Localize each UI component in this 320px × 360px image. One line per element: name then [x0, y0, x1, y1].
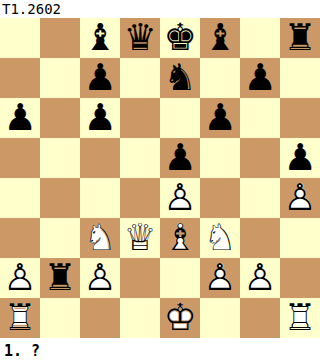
- square-f2[interactable]: ♟︎♙︎: [200, 258, 240, 298]
- square-e2[interactable]: [160, 258, 200, 298]
- black-king: ♚︎: [160, 18, 200, 58]
- white-piece-outline: ♙︎: [160, 178, 200, 218]
- square-d3[interactable]: ♛︎♕︎: [120, 218, 160, 258]
- square-e4[interactable]: ♟︎♙︎: [160, 178, 200, 218]
- square-c5[interactable]: [80, 138, 120, 178]
- square-c3[interactable]: ♞︎♘︎: [80, 218, 120, 258]
- move-prompt: 1. ?: [0, 338, 320, 360]
- white-bishop: ♝︎♗︎: [160, 218, 200, 258]
- square-a2[interactable]: ♟︎♙︎: [0, 258, 40, 298]
- square-a4[interactable]: [0, 178, 40, 218]
- square-b1[interactable]: [40, 298, 80, 338]
- black-pawn: ♟︎: [160, 138, 200, 178]
- white-king: ♚︎♔︎: [160, 298, 200, 338]
- square-b2[interactable]: ♜︎: [40, 258, 80, 298]
- white-piece-outline: ♗︎: [160, 218, 200, 258]
- black-bishop: ♝︎: [200, 18, 240, 58]
- square-f7[interactable]: [200, 58, 240, 98]
- black-pawn: ♟︎: [240, 58, 280, 98]
- chess-board: ♝︎♛︎♚︎♝︎♜︎♟︎♞︎♟︎♟︎♟︎♟︎♟︎♟︎♟︎♙︎♟︎♙︎♞︎♘︎♛︎…: [0, 18, 320, 338]
- square-a6[interactable]: ♟︎: [0, 98, 40, 138]
- square-g5[interactable]: [240, 138, 280, 178]
- square-a5[interactable]: [0, 138, 40, 178]
- square-h3[interactable]: [280, 218, 320, 258]
- white-rook: ♜︎♖︎: [280, 298, 320, 338]
- white-pawn: ♟︎♙︎: [240, 258, 280, 298]
- square-g6[interactable]: [240, 98, 280, 138]
- square-e8[interactable]: ♚︎: [160, 18, 200, 58]
- white-piece-outline: ♙︎: [240, 258, 280, 298]
- square-d6[interactable]: [120, 98, 160, 138]
- black-queen: ♛︎: [120, 18, 160, 58]
- square-e1[interactable]: ♚︎♔︎: [160, 298, 200, 338]
- square-g2[interactable]: ♟︎♙︎: [240, 258, 280, 298]
- white-piece-outline: ♔︎: [160, 298, 200, 338]
- white-knight: ♞︎♘︎: [200, 218, 240, 258]
- square-a8[interactable]: [0, 18, 40, 58]
- puzzle-title: T1.2602: [0, 0, 320, 18]
- square-h5[interactable]: ♟︎: [280, 138, 320, 178]
- square-g3[interactable]: [240, 218, 280, 258]
- square-a7[interactable]: [0, 58, 40, 98]
- square-g7[interactable]: ♟︎: [240, 58, 280, 98]
- square-d8[interactable]: ♛︎: [120, 18, 160, 58]
- square-b7[interactable]: [40, 58, 80, 98]
- square-d5[interactable]: [120, 138, 160, 178]
- square-c4[interactable]: [80, 178, 120, 218]
- white-piece-outline: ♖︎: [280, 298, 320, 338]
- square-f6[interactable]: ♟︎: [200, 98, 240, 138]
- square-f4[interactable]: [200, 178, 240, 218]
- black-pawn: ♟︎: [280, 138, 320, 178]
- white-pawn: ♟︎♙︎: [80, 258, 120, 298]
- square-f5[interactable]: [200, 138, 240, 178]
- square-b6[interactable]: [40, 98, 80, 138]
- square-h7[interactable]: [280, 58, 320, 98]
- white-pawn: ♟︎♙︎: [200, 258, 240, 298]
- square-c1[interactable]: [80, 298, 120, 338]
- square-c7[interactable]: ♟︎: [80, 58, 120, 98]
- white-piece-outline: ♙︎: [200, 258, 240, 298]
- square-d1[interactable]: [120, 298, 160, 338]
- white-piece-outline: ♖︎: [0, 298, 40, 338]
- square-g4[interactable]: [240, 178, 280, 218]
- square-f1[interactable]: [200, 298, 240, 338]
- black-pawn: ♟︎: [80, 58, 120, 98]
- square-h6[interactable]: [280, 98, 320, 138]
- white-piece-outline: ♘︎: [200, 218, 240, 258]
- black-pawn: ♟︎: [80, 98, 120, 138]
- black-rook: ♜︎: [40, 258, 80, 298]
- square-d4[interactable]: [120, 178, 160, 218]
- square-b4[interactable]: [40, 178, 80, 218]
- white-piece-outline: ♙︎: [80, 258, 120, 298]
- square-f3[interactable]: ♞︎♘︎: [200, 218, 240, 258]
- square-f8[interactable]: ♝︎: [200, 18, 240, 58]
- square-b5[interactable]: [40, 138, 80, 178]
- square-h1[interactable]: ♜︎♖︎: [280, 298, 320, 338]
- square-h4[interactable]: ♟︎♙︎: [280, 178, 320, 218]
- white-queen: ♛︎♕︎: [120, 218, 160, 258]
- square-e3[interactable]: ♝︎♗︎: [160, 218, 200, 258]
- white-rook: ♜︎♖︎: [0, 298, 40, 338]
- white-knight: ♞︎♘︎: [80, 218, 120, 258]
- black-knight: ♞︎: [160, 58, 200, 98]
- black-pawn: ♟︎: [200, 98, 240, 138]
- square-h2[interactable]: [280, 258, 320, 298]
- square-d7[interactable]: [120, 58, 160, 98]
- square-b3[interactable]: [40, 218, 80, 258]
- square-d2[interactable]: [120, 258, 160, 298]
- square-a3[interactable]: [0, 218, 40, 258]
- square-a1[interactable]: ♜︎♖︎: [0, 298, 40, 338]
- square-h8[interactable]: ♜︎: [280, 18, 320, 58]
- black-bishop: ♝︎: [80, 18, 120, 58]
- white-pawn: ♟︎♙︎: [160, 178, 200, 218]
- square-e5[interactable]: ♟︎: [160, 138, 200, 178]
- black-rook: ♜︎: [280, 18, 320, 58]
- square-c8[interactable]: ♝︎: [80, 18, 120, 58]
- square-b8[interactable]: [40, 18, 80, 58]
- square-c2[interactable]: ♟︎♙︎: [80, 258, 120, 298]
- white-pawn: ♟︎♙︎: [280, 178, 320, 218]
- white-piece-outline: ♘︎: [80, 218, 120, 258]
- square-e7[interactable]: ♞︎: [160, 58, 200, 98]
- white-piece-outline: ♙︎: [0, 258, 40, 298]
- white-pawn: ♟︎♙︎: [0, 258, 40, 298]
- square-g8[interactable]: [240, 18, 280, 58]
- chess-puzzle-window: T1.2602 ♝︎♛︎♚︎♝︎♜︎♟︎♞︎♟︎♟︎♟︎♟︎♟︎♟︎♟︎♙︎♟︎…: [0, 0, 320, 360]
- square-e6[interactable]: [160, 98, 200, 138]
- black-pawn: ♟︎: [0, 98, 40, 138]
- white-piece-outline: ♙︎: [280, 178, 320, 218]
- square-c6[interactable]: ♟︎: [80, 98, 120, 138]
- white-piece-outline: ♕︎: [120, 218, 160, 258]
- square-g1[interactable]: [240, 298, 280, 338]
